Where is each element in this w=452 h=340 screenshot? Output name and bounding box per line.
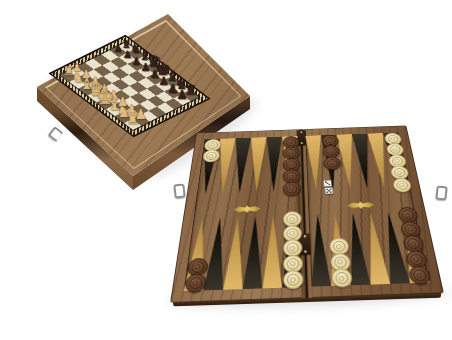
backgammon-clasp [173, 183, 185, 198]
backgammon-scene [170, 65, 444, 298]
die-showing-5 [324, 187, 333, 194]
backgammon-board [170, 126, 444, 303]
backgammon-checker-dark [282, 181, 300, 196]
backgammon-clasp [435, 185, 447, 200]
chess-box-clasp [47, 126, 63, 142]
die-showing-3 [323, 180, 332, 187]
product-photo[interactable]: ♜♞♝♛♚♝♞♜♟♟♟♟♟♟♟♟♟♟♟♟♟♟♟♟♜♞♝♛♚♝♞♜ [0, 0, 452, 340]
backgammon-checker-dark [323, 156, 341, 170]
